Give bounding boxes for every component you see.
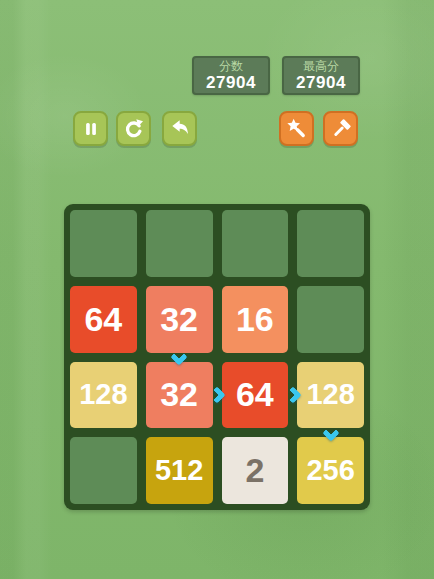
hammer-button[interactable] <box>323 111 358 146</box>
hammer-icon <box>329 117 353 141</box>
magic-wand-icon <box>285 117 309 141</box>
tile-64: 64 <box>70 286 137 353</box>
empty-cell <box>70 210 137 277</box>
pause-icon <box>80 118 102 140</box>
empty-cell <box>297 210 364 277</box>
pause-button[interactable] <box>73 111 108 146</box>
empty-cell <box>70 437 137 504</box>
tile-64: 64 <box>222 362 289 429</box>
game-screen: 分数 27904 最高分 27904 <box>0 0 434 579</box>
tile-16: 16 <box>222 286 289 353</box>
tile-32: 32 <box>146 286 213 353</box>
undo-button[interactable] <box>162 111 197 146</box>
empty-cell <box>297 286 364 353</box>
wand-button[interactable] <box>279 111 314 146</box>
tile-2: 2 <box>222 437 289 504</box>
tile-512: 512 <box>146 437 213 504</box>
refresh-icon <box>122 117 146 141</box>
best-score-label: 最高分 <box>303 60 339 73</box>
score-label: 分数 <box>219 60 243 73</box>
best-score-box: 最高分 27904 <box>282 56 360 95</box>
tile-32: 32 <box>146 362 213 429</box>
tile-128: 128 <box>70 362 137 429</box>
empty-cell <box>222 210 289 277</box>
board[interactable]: 64321612832641285122256 <box>64 204 370 510</box>
score-value: 27904 <box>206 73 256 92</box>
score-box: 分数 27904 <box>192 56 270 95</box>
tile-256: 256 <box>297 437 364 504</box>
restart-button[interactable] <box>116 111 151 146</box>
undo-arrow-icon <box>168 117 192 141</box>
tile-128: 128 <box>297 362 364 429</box>
best-score-value: 27904 <box>296 73 346 92</box>
empty-cell <box>146 210 213 277</box>
